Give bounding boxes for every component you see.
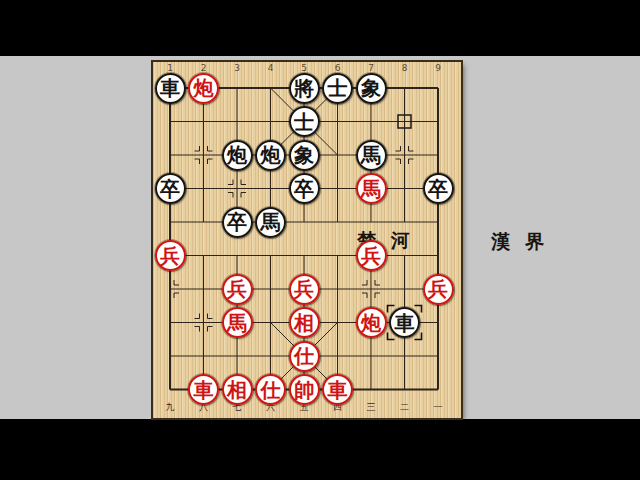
piece-red-soldier[interactable]: 兵 (155, 240, 186, 271)
piece-black-soldier[interactable]: 卒 (222, 207, 253, 238)
file-label-top: 8 (397, 63, 413, 73)
piece-red-horse[interactable]: 馬 (222, 307, 253, 338)
piece-red-advisor[interactable]: 仕 (289, 341, 320, 372)
piece-black-advisor[interactable]: 士 (289, 106, 320, 137)
piece-black-chariot[interactable]: 車 (155, 73, 186, 104)
file-label-bottom: 一 (430, 402, 446, 413)
file-label-top: 9 (430, 63, 446, 73)
piece-red-elephant[interactable]: 相 (289, 307, 320, 338)
video-frame: 楚河 漢界 123456789 九八七六五四三二一 車將士象士炮炮象馬卒卒卒卒馬… (0, 0, 640, 480)
file-label-top: 5 (296, 63, 312, 73)
piece-black-horse[interactable]: 馬 (255, 207, 286, 238)
file-label-bottom: 三 (363, 402, 379, 413)
river-label-han-jie: 漢界 (491, 231, 559, 251)
piece-black-soldier[interactable]: 卒 (289, 173, 320, 204)
piece-red-advisor[interactable]: 仕 (255, 374, 286, 405)
file-label-top: 4 (263, 63, 279, 73)
piece-black-horse[interactable]: 馬 (356, 140, 387, 171)
piece-red-cannon[interactable]: 炮 (188, 73, 219, 104)
piece-black-advisor[interactable]: 士 (322, 73, 353, 104)
file-label-bottom: 九 (162, 402, 178, 413)
piece-red-general[interactable]: 帥 (289, 374, 320, 405)
piece-black-elephant[interactable]: 象 (289, 140, 320, 171)
piece-black-cannon[interactable]: 炮 (222, 140, 253, 171)
piece-black-soldier[interactable]: 卒 (155, 173, 186, 204)
piece-red-soldier[interactable]: 兵 (222, 274, 253, 305)
piece-red-chariot[interactable]: 車 (322, 374, 353, 405)
piece-red-elephant[interactable]: 相 (222, 374, 253, 405)
piece-red-soldier[interactable]: 兵 (289, 274, 320, 305)
piece-black-chariot[interactable]: 車 (389, 307, 420, 338)
file-label-top: 3 (229, 63, 245, 73)
background-mat: 楚河 漢界 123456789 九八七六五四三二一 車將士象士炮炮象馬卒卒卒卒馬… (0, 56, 640, 419)
piece-red-cannon[interactable]: 炮 (356, 307, 387, 338)
piece-black-cannon[interactable]: 炮 (255, 140, 286, 171)
piece-black-soldier[interactable]: 卒 (423, 173, 454, 204)
piece-black-elephant[interactable]: 象 (356, 73, 387, 104)
piece-black-general[interactable]: 將 (289, 73, 320, 104)
file-label-top: 7 (363, 63, 379, 73)
file-label-top: 2 (196, 63, 212, 73)
file-label-bottom: 二 (397, 402, 413, 413)
piece-red-horse[interactable]: 馬 (356, 173, 387, 204)
file-label-top: 6 (330, 63, 346, 73)
move-destination-bracket (415, 333, 422, 340)
piece-red-chariot[interactable]: 車 (188, 374, 219, 405)
xiangqi-board[interactable]: 楚河 漢界 123456789 九八七六五四三二一 車將士象士炮炮象馬卒卒卒卒馬… (153, 62, 461, 418)
file-label-top: 1 (162, 63, 178, 73)
piece-red-soldier[interactable]: 兵 (356, 240, 387, 271)
piece-red-soldier[interactable]: 兵 (423, 274, 454, 305)
